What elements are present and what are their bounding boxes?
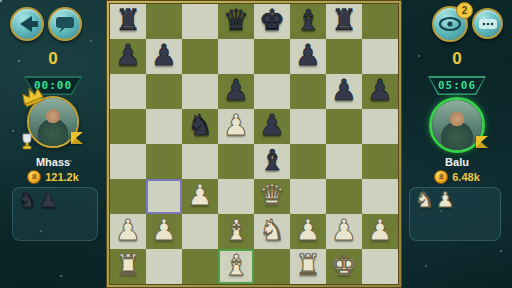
left-player-coins: 8 121.2k [0,170,106,184]
square-h7[interactable] [362,39,398,74]
square-a2[interactable]: ♟ [110,214,146,249]
square-a7[interactable]: ♟ [110,39,146,74]
square-d4[interactable] [218,144,254,179]
square-c3[interactable]: ♟ [182,179,218,214]
square-g3[interactable] [326,179,362,214]
square-f1[interactable]: ♜ [290,249,326,284]
right-player-avatar[interactable] [429,97,485,153]
piece-black-pawn: ♟ [259,111,285,140]
piece-black-pawn: ♟ [331,76,357,105]
square-c5[interactable]: ♞ [182,109,218,144]
square-h5[interactable] [362,109,398,144]
piece-white-pawn: ♟ [115,216,141,245]
piece-white-bishop: ♝ [223,216,249,245]
starfield-background [0,0,2,2]
right-avatar-photo [432,100,482,150]
square-d3[interactable] [218,179,254,214]
square-b5[interactable] [146,109,182,144]
piece-black-pawn: ♟ [39,190,58,211]
square-e5[interactable]: ♟ [254,109,290,144]
square-e3[interactable]: ♛ [254,179,290,214]
right-clock-time: 05:06 [438,79,476,92]
square-a1[interactable]: ♜ [110,249,146,284]
square-a3[interactable] [110,179,146,214]
piece-black-knight: ♞ [18,190,37,211]
square-h3[interactable] [362,179,398,214]
square-g8[interactable]: ♜ [326,4,362,39]
square-b7[interactable]: ♟ [146,39,182,74]
left-player-avatar[interactable] [27,96,79,148]
back-arrow-icon [14,11,40,37]
square-h4[interactable] [362,144,398,179]
coin-icon: 8 [27,170,41,184]
piece-black-king: ♚ [259,6,285,35]
square-b8[interactable] [146,4,182,39]
square-h6[interactable]: ♟ [362,74,398,109]
chat-bubble-icon [52,11,78,37]
piece-white-knight: ♞ [415,190,434,211]
trophy-icon [19,132,35,150]
square-d8[interactable]: ♛ [218,4,254,39]
square-g7[interactable] [326,39,362,74]
square-f6[interactable] [290,74,326,109]
spectator-count-badge: 2 [456,2,473,19]
right-player-clock: 05:06 [428,76,486,95]
square-f8[interactable]: ♝ [290,4,326,39]
square-a5[interactable] [110,109,146,144]
left-player-name: Mhass [0,156,106,168]
piece-white-king: ♚ [331,251,357,280]
square-e6[interactable] [254,74,290,109]
chat-button[interactable] [48,7,82,41]
piece-white-rook: ♜ [295,251,321,280]
square-c1[interactable] [182,249,218,284]
square-g4[interactable] [326,144,362,179]
square-h2[interactable]: ♟ [362,214,398,249]
piece-white-pawn: ♟ [367,216,393,245]
square-g5[interactable] [326,109,362,144]
square-g1[interactable]: ♚ [326,249,362,284]
right-captured-tray: ♞♟ [409,187,501,241]
back-button[interactable] [10,7,44,41]
chess-board: ♜♛♚♝♜♟♟♟♟♟♟♞♟♟♝♟♛♟♟♝♞♟♟♟♜♝♜♚ [110,4,398,284]
left-captured-tray: ♞♟ [12,187,98,241]
square-a6[interactable] [110,74,146,109]
left-avatar-photo [29,98,77,146]
square-d7[interactable] [218,39,254,74]
piece-white-pawn: ♟ [295,216,321,245]
square-e8[interactable]: ♚ [254,4,290,39]
square-c6[interactable] [182,74,218,109]
square-c4[interactable] [182,144,218,179]
right-coin-value: 6.48k [452,171,480,183]
pennant-icon [71,132,83,144]
square-c7[interactable] [182,39,218,74]
square-f5[interactable] [290,109,326,144]
square-b3[interactable] [146,179,182,214]
piece-black-pawn: ♟ [367,76,393,105]
game-screen: 0 00:00 Mhass 8 121.2k ♞♟ ♜♛♚♝♜♟♟♟♟♟♟♞♟♟… [0,0,512,288]
chat-dots-icon [476,15,500,33]
square-f4[interactable] [290,144,326,179]
square-f7[interactable]: ♟ [290,39,326,74]
square-g2[interactable]: ♟ [326,214,362,249]
piece-white-pawn: ♟ [223,111,249,140]
square-a8[interactable]: ♜ [110,4,146,39]
square-e1[interactable] [254,249,290,284]
piece-white-queen: ♛ [259,181,285,210]
square-h1[interactable] [362,249,398,284]
square-a4[interactable] [110,144,146,179]
pennant-icon [476,136,488,148]
square-c8[interactable] [182,4,218,39]
piece-black-pawn: ♟ [115,41,141,70]
piece-white-bishop: ♝ [223,251,249,280]
piece-white-pawn: ♟ [151,216,177,245]
square-f2[interactable]: ♟ [290,214,326,249]
piece-white-pawn: ♟ [331,216,357,245]
quick-chat-button[interactable] [472,8,503,39]
square-b6[interactable] [146,74,182,109]
right-player-coins: 8 6.48k [402,170,512,184]
piece-black-rook: ♜ [115,6,141,35]
square-d2[interactable]: ♝ [218,214,254,249]
piece-black-bishop: ♝ [259,146,285,175]
piece-black-knight: ♞ [187,111,213,140]
square-f3[interactable] [290,179,326,214]
square-e7[interactable] [254,39,290,74]
piece-white-knight: ♞ [259,216,285,245]
piece-black-bishop: ♝ [295,6,321,35]
piece-black-pawn: ♟ [223,76,249,105]
square-g6[interactable]: ♟ [326,74,362,109]
square-b2[interactable]: ♟ [146,214,182,249]
square-b1[interactable] [146,249,182,284]
piece-white-rook: ♜ [115,251,141,280]
left-player-score: 0 [0,49,106,69]
square-d5[interactable]: ♟ [218,109,254,144]
coin-icon: 8 [434,170,448,184]
piece-white-pawn: ♟ [436,190,455,211]
right-player-name: Balu [402,156,512,168]
left-coin-value: 121.2k [45,171,79,183]
piece-black-rook: ♜ [331,6,357,35]
piece-black-pawn: ♟ [151,41,177,70]
square-d6[interactable]: ♟ [218,74,254,109]
square-e2[interactable]: ♞ [254,214,290,249]
square-h8[interactable] [362,4,398,39]
square-b4[interactable] [146,144,182,179]
board-frame: ♜♛♚♝♜♟♟♟♟♟♟♞♟♟♝♟♛♟♟♝♞♟♟♟♜♝♜♚ [106,0,402,288]
piece-black-pawn: ♟ [295,41,321,70]
right-player-score: 0 [402,49,512,69]
piece-black-queen: ♛ [223,6,249,35]
piece-white-pawn: ♟ [187,181,213,210]
square-c2[interactable] [182,214,218,249]
square-e4[interactable]: ♝ [254,144,290,179]
square-d1[interactable]: ♝ [218,249,254,284]
